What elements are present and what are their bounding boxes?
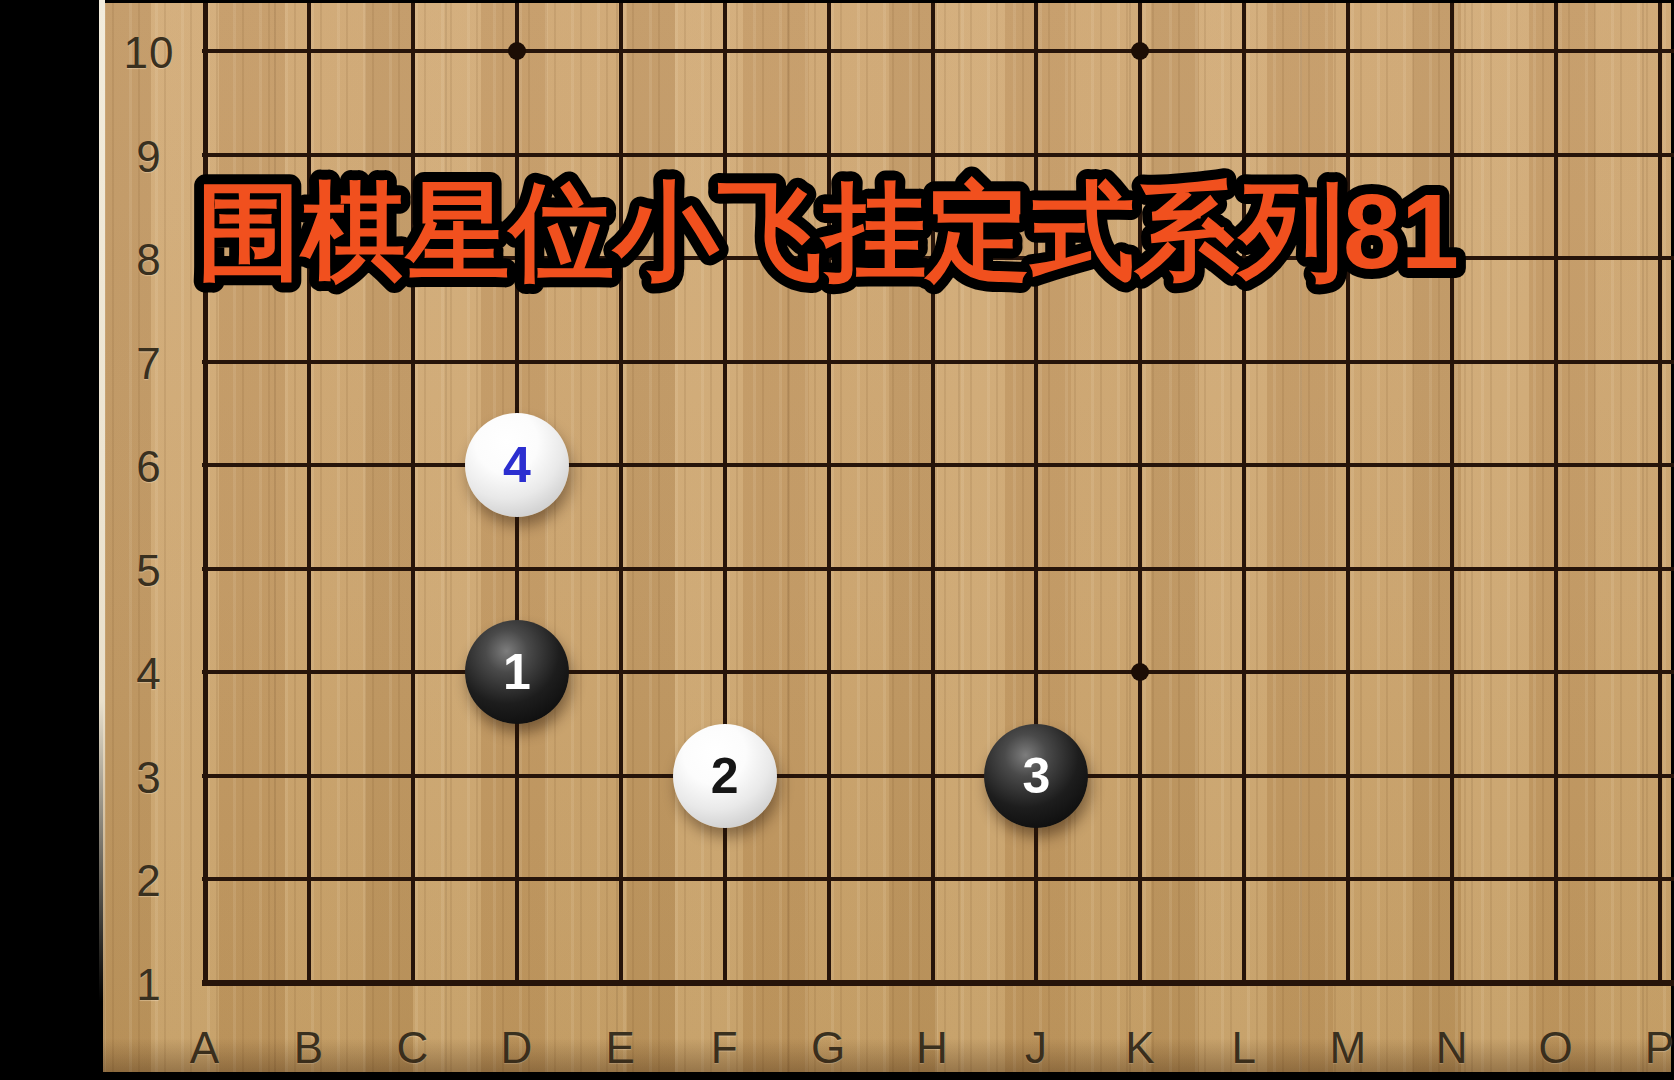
board-bottom-bevel [103,1038,1671,1072]
grid-line-h-7 [202,360,1674,364]
video-frame: ABCDEFGHJKLMNOP10987654321 1234 围棋星位小飞挂定… [0,0,1674,1080]
row-label-10: 10 [124,31,175,75]
stone-black-D4[interactable]: 1 [465,620,569,724]
row-label-7: 7 [136,342,161,386]
stone-move-number: 1 [503,647,531,697]
stone-move-number: 2 [711,751,739,801]
star-point-D10 [508,42,526,60]
grid-line-v-P [1658,3,1662,986]
row-label-6: 6 [136,445,161,489]
grid-line-h-1 [202,980,1674,986]
stone-white-D6[interactable]: 4 [465,413,569,517]
row-label-8: 8 [136,238,161,282]
row-label-9: 9 [136,135,161,179]
grid-line-v-O [1554,3,1558,986]
row-label-1: 1 [136,963,161,1007]
stone-move-number: 4 [503,440,531,490]
grid-line-h-4 [202,670,1674,674]
stone-white-F3[interactable]: 2 [673,724,777,828]
grid-line-h-2 [202,877,1674,881]
row-label-2: 2 [136,859,161,903]
stone-move-number: 3 [1023,751,1051,801]
board-edge-highlight [99,0,105,1002]
grid-line-h-6 [202,463,1674,467]
grid-line-h-3 [202,774,1674,778]
grid-line-h-5 [202,567,1674,571]
row-label-4: 4 [136,652,161,696]
title-text: 围棋星位小飞挂定式系列81 [197,172,1459,290]
grid-line-h-10 [202,49,1674,53]
row-label-5: 5 [136,549,161,593]
star-point-K4 [1131,663,1149,681]
star-point-K10 [1131,42,1149,60]
stone-black-J3[interactable]: 3 [984,724,1088,828]
title-banner: 围棋星位小飞挂定式系列81 [178,150,1478,310]
row-label-3: 3 [136,756,161,800]
